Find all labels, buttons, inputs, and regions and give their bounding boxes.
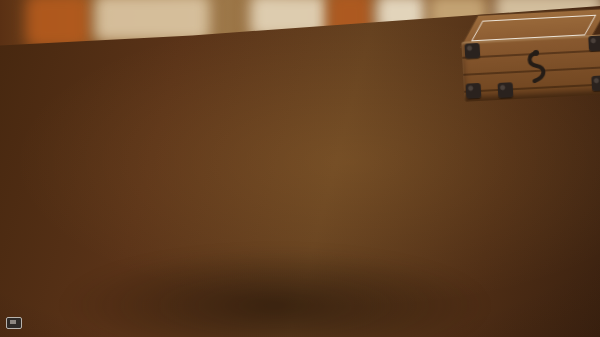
metal-bracket-icon [466,83,482,99]
go-game-scene [0,0,600,337]
corner-ui-icon-glyph [10,320,16,324]
stone-box-front [461,34,600,102]
corner-ui-icon[interactable] [6,317,22,329]
latch-icon [522,49,550,86]
curtain-blur [26,0,90,48]
metal-bracket-icon [498,82,514,98]
stone-box[interactable] [460,2,600,102]
metal-bracket-icon [588,35,600,51]
metal-bracket-icon [464,43,480,59]
metal-bracket-icon [591,75,600,91]
